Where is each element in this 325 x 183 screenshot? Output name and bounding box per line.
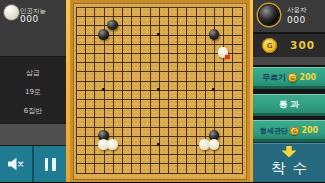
bottom-button-bar: [0, 146, 66, 182]
mute-button[interactable]: [0, 146, 32, 182]
down-arrow-icon: [282, 146, 297, 158]
left-panel: 인공지능 000 삼급 19로 6집반: [0, 0, 66, 182]
left-spacer: [0, 123, 66, 146]
star-point: [157, 33, 160, 36]
pass-label: 통과: [279, 99, 302, 111]
user-player-card: 사용자 000: [253, 0, 325, 32]
coin-icon: G: [288, 73, 297, 82]
star-point: [102, 88, 105, 91]
coin-letter: G: [291, 75, 295, 81]
black-stone-avatar: [259, 5, 279, 25]
user-player-score: 000: [287, 15, 306, 25]
game-info: 삼급 19로 6집반: [0, 58, 66, 123]
coin-letter: G: [293, 128, 297, 134]
play-label: 착수: [271, 159, 314, 178]
stones-layer: ●●●●●●●●●●: [71, 2, 246, 177]
black-stone: ●: [209, 29, 220, 40]
right-spacer: [253, 57, 325, 66]
last-move-marker: [225, 55, 230, 60]
play-button[interactable]: 착수: [253, 142, 325, 183]
white-stone-avatar: [4, 5, 19, 20]
undo-cost: 200: [299, 73, 316, 82]
star-point: [157, 88, 160, 91]
black-stone: ●: [107, 20, 118, 31]
estimate-button[interactable]: 형세판단 G 200: [253, 120, 325, 142]
pass-button[interactable]: 통과: [253, 94, 325, 116]
board-edge-left: [66, 0, 70, 182]
baduk-app: 인공지능 000 삼급 19로 6집반: [0, 0, 325, 182]
white-stone: ●: [209, 139, 220, 150]
ai-player-score: 000: [20, 14, 39, 24]
undo-button[interactable]: 무르기 G 200: [253, 67, 325, 89]
white-stone: ●: [107, 139, 118, 150]
speaker-muted-icon: [7, 157, 25, 171]
black-stone: ●: [98, 29, 109, 40]
coin-icon: G: [290, 127, 299, 136]
coin-balance-row: G 300: [253, 33, 325, 57]
board-size-label: 19로: [25, 87, 41, 97]
go-board[interactable]: ●●●●●●●●●●: [66, 0, 253, 182]
star-point: [157, 143, 160, 146]
estimate-cost: 200: [301, 126, 318, 135]
komi-label: 6집반: [24, 106, 42, 116]
star-point: [212, 88, 215, 91]
undo-label: 무르기: [262, 72, 286, 83]
coin-icon: G: [262, 38, 277, 53]
board-surface[interactable]: ●●●●●●●●●●: [73, 3, 247, 180]
pause-button[interactable]: [32, 146, 66, 182]
ai-player-card: 인공지능 000: [0, 0, 66, 57]
right-panel: 사용자 000 G 300 무르기 G 200 통과 형세판단 G 200: [253, 0, 325, 182]
estimate-label: 형세판단: [260, 126, 288, 136]
pause-icon: [43, 158, 58, 171]
coin-balance: 300: [290, 39, 315, 51]
coin-letter: G: [267, 42, 273, 50]
white-stone: ●: [218, 47, 229, 58]
ai-level-label: 삼급: [26, 68, 40, 78]
